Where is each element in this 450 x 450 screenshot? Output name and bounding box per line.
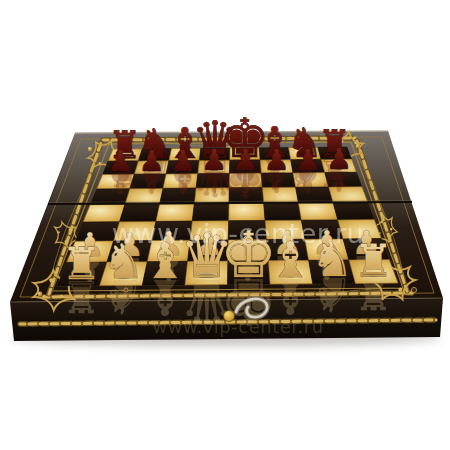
piece-black-pawn-h7[interactable]: ♟: [326, 142, 352, 176]
piece-black-pawn-a7[interactable]: ♟: [107, 144, 133, 178]
watermark-text: www.vip-center.ru: [112, 218, 364, 249]
piece-black-pawn-f7[interactable]: ♟: [263, 143, 289, 177]
piece-black-pawn-b7[interactable]: ♟: [138, 144, 164, 178]
watermark-front-text: www.vip-center.ru: [152, 316, 323, 337]
chess-set-scene: ♜♜♞♞♝♝♛♛♚♚♝♝♞♞♜♜♟♟♟♟♟♟♟♟♟♟♟♟♟♟♟♟♟♟♟♟♟♟♟♟…: [0, 0, 450, 450]
piece-black-pawn-g7[interactable]: ♟: [295, 143, 321, 177]
piece-white-rook-a1[interactable]: ♜: [62, 238, 102, 289]
piece-black-pawn-e7[interactable]: ♟: [232, 143, 258, 177]
product-photo: ♜♜♞♞♝♝♛♛♚♚♝♝♞♞♜♜♟♟♟♟♟♟♟♟♟♟♟♟♟♟♟♟♟♟♟♟♟♟♟♟…: [0, 0, 450, 450]
piece-black-pawn-c7[interactable]: ♟: [170, 144, 196, 178]
piece-black-pawn-d7[interactable]: ♟: [201, 143, 227, 177]
